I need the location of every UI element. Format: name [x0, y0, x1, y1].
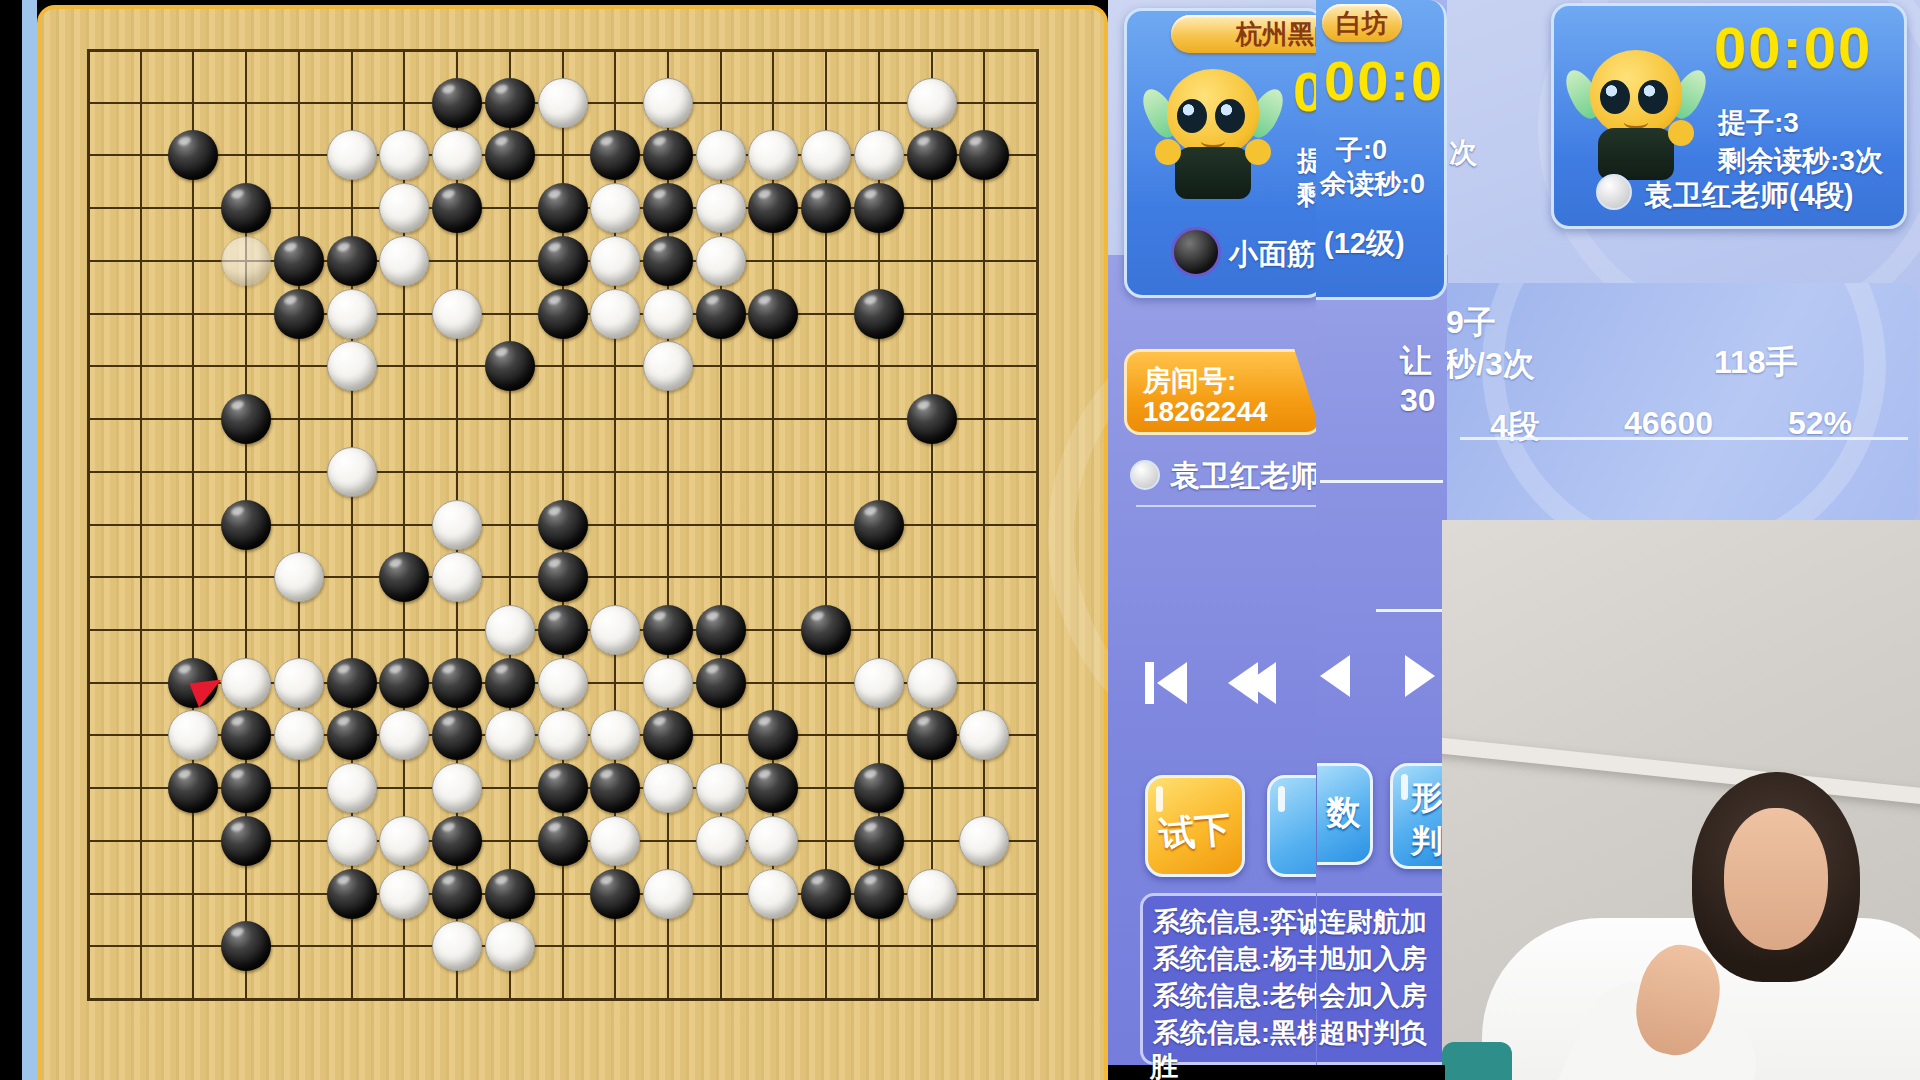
fragment-banner: 白坊 [1322, 4, 1402, 42]
stone-black [801, 869, 851, 919]
fragment-underline [1320, 480, 1443, 483]
rank-label: 4段 [1490, 405, 1540, 449]
fragment-stats-let: 让 [1400, 340, 1432, 384]
fragment-card: 白坊 00:0 子:0 余读秒:0 (12级) [1316, 0, 1447, 300]
stone-black [696, 289, 746, 339]
stone-black [590, 869, 640, 919]
person-face [1724, 808, 1828, 950]
judge-label-line2: 判 [1407, 820, 1447, 864]
stone-white [696, 763, 746, 813]
stone-black [485, 130, 535, 180]
stone-white [643, 78, 693, 128]
stone-black [432, 658, 482, 708]
stone-white [907, 869, 957, 919]
play-icon[interactable] [1405, 655, 1435, 701]
step-back-icon[interactable] [1320, 655, 1350, 701]
black-player-name: 小面筋(12级) [1229, 235, 1325, 275]
stone-black [538, 236, 588, 286]
stone-white [590, 816, 640, 866]
stone-black [907, 394, 957, 444]
stone-black [538, 552, 588, 602]
white-byoyomi: 剩余读秒:3次 [1718, 142, 1883, 180]
stone-white [432, 289, 482, 339]
chair [1442, 1042, 1512, 1080]
stone-black [538, 816, 588, 866]
stone-white [379, 236, 429, 286]
stone-black [327, 236, 377, 286]
stone-black [538, 500, 588, 550]
stone-black [432, 816, 482, 866]
stone-white [643, 341, 693, 391]
stone-white [327, 341, 377, 391]
stone-black [485, 869, 535, 919]
stone-black [696, 658, 746, 708]
stone-black [485, 78, 535, 128]
stone-black [643, 605, 693, 655]
white-stone-icon [1596, 174, 1632, 210]
fragment-timer: 00:0 [1324, 48, 1444, 113]
stone-white [854, 658, 904, 708]
game-stats-panel: 9子 秒/3次 118手 4段 46600 52% [1442, 283, 1918, 523]
stone-black [538, 605, 588, 655]
black-player-card: 杭州黑白坊 00:00 提子:0 剩余读秒:0次 小面筋(12级) [1124, 8, 1325, 298]
fragment-banner-text: 白坊 [1336, 8, 1388, 38]
try-move-button[interactable]: 试下 [1145, 775, 1245, 877]
stone-white [538, 78, 588, 128]
white-captures: 提子:3 [1718, 104, 1799, 142]
stone-white [590, 289, 640, 339]
fragment-byoyomi: 余读秒:0 [1320, 166, 1425, 202]
room-number: 18262244 [1143, 396, 1268, 428]
grid-line-h [87, 998, 1039, 1001]
stats-underline [1460, 437, 1908, 440]
grid-line-v [1036, 49, 1039, 1001]
fragment-moves-button[interactable]: 数 [1317, 763, 1373, 865]
stone-black [274, 289, 324, 339]
judge-label-line1: 形 [1407, 776, 1447, 820]
stone-black [432, 183, 482, 233]
stone-black [801, 605, 851, 655]
stone-black [696, 605, 746, 655]
stone-white [327, 130, 377, 180]
stone-white [327, 816, 377, 866]
button-shine [1278, 786, 1285, 812]
stone-black [643, 236, 693, 286]
stone-white [379, 816, 429, 866]
stone-black [643, 130, 693, 180]
fragment-captures: 子:0 [1336, 132, 1387, 168]
room-number-ribbon: 房间号: 18262244 [1124, 349, 1322, 435]
white-timer: 00:00 [1714, 14, 1872, 81]
stone-black [854, 289, 904, 339]
teacher-name: 袁卫红老师 [1170, 456, 1320, 497]
stone-white [432, 500, 482, 550]
stone-white [274, 552, 324, 602]
white-player-card: 00:00 提子:3 剩余读秒:3次 袁卫红老师(4段) [1551, 3, 1907, 229]
fragment-system-message: 旭加入房 [1319, 941, 1447, 978]
stone-black [221, 500, 271, 550]
stone-white-ghost [221, 236, 271, 286]
fragment-system-panel: 连尉航加 旭加入房 会加入房 超时判负 [1317, 893, 1447, 1065]
fragment-moves-label: 数 [1317, 790, 1370, 836]
stone-white [274, 658, 324, 708]
stone-black [221, 816, 271, 866]
webcam-video [1442, 520, 1920, 1080]
stone-white [854, 130, 904, 180]
stone-black [854, 869, 904, 919]
fragment-system-message: 会加入房 [1319, 978, 1447, 1015]
stone-white [590, 605, 640, 655]
stone-white [643, 658, 693, 708]
glitch-fragment-column: 白坊 00:0 子:0 余读秒:0 (12级) 让 30 数 形 判 连尉航加 [1316, 0, 1447, 1080]
stone-black [854, 816, 904, 866]
button-shine [1401, 774, 1408, 800]
white-player-name: 袁卫红老师(4段) [1644, 176, 1853, 216]
moves-count: 118手 [1714, 341, 1798, 385]
stone-white [327, 289, 377, 339]
stone-black [643, 710, 693, 760]
venue-banner-text: 杭州黑白坊 [1236, 19, 1325, 49]
stone-white [221, 658, 271, 708]
stone-white [432, 921, 482, 971]
stone-black [801, 183, 851, 233]
wall-edge [1442, 736, 1920, 810]
stone-white [432, 552, 482, 602]
mascot-icon [1149, 69, 1279, 209]
background-arc [1482, 283, 1886, 523]
situation-judge-button[interactable]: 形 判 [1390, 763, 1447, 869]
white-stone-bullet [1130, 460, 1160, 490]
stone-white [485, 710, 535, 760]
fast-rewind-icon[interactable] [1228, 662, 1276, 708]
byoyomi-label: 秒/3次 [1444, 343, 1535, 387]
stone-black [907, 710, 957, 760]
stone-black [854, 500, 904, 550]
stone-black [538, 763, 588, 813]
stone-white [696, 236, 746, 286]
stone-white [748, 816, 798, 866]
stone-white [643, 289, 693, 339]
stone-white [432, 763, 482, 813]
stone-white [643, 763, 693, 813]
handicap-label: 9子 [1446, 301, 1496, 345]
stone-white [485, 605, 535, 655]
stone-black [485, 658, 535, 708]
grid-line-v [931, 49, 933, 1001]
stone-white [907, 78, 957, 128]
stone-black [327, 710, 377, 760]
stone-black [221, 763, 271, 813]
stone-black [221, 394, 271, 444]
stone-white [696, 130, 746, 180]
fragment-underline [1376, 609, 1447, 612]
stone-black [907, 130, 957, 180]
stone-black [327, 658, 377, 708]
room-label: 房间号: [1143, 362, 1236, 400]
stone-black [748, 289, 798, 339]
try-move-label: 试下 [1146, 804, 1244, 861]
stone-black [379, 658, 429, 708]
stone-black [538, 183, 588, 233]
stone-white [379, 869, 429, 919]
fragment-system-message: 连尉航加 [1319, 904, 1447, 941]
stone-black [432, 78, 482, 128]
stone-white [643, 869, 693, 919]
stone-black [854, 183, 904, 233]
stone-white [696, 183, 746, 233]
stone-white [327, 447, 377, 497]
stone-white [590, 236, 640, 286]
stone-white [485, 921, 535, 971]
venue-banner: 杭州黑白坊 [1171, 15, 1325, 53]
black-stone-icon [1171, 227, 1221, 277]
fragment-stats-30: 30 [1400, 382, 1436, 419]
stone-black [854, 763, 904, 813]
stone-black [327, 869, 377, 919]
stone-white [538, 658, 588, 708]
stone-black [168, 658, 218, 708]
stone-white [274, 710, 324, 760]
stray-glitch-text: 次 [1449, 134, 1477, 172]
stone-black [538, 289, 588, 339]
button-shine [1156, 786, 1163, 812]
stone-black [432, 869, 482, 919]
mascot-icon [1572, 50, 1702, 190]
skip-to-start-icon[interactable] [1145, 662, 1187, 708]
stone-black [274, 236, 324, 286]
stone-white [959, 816, 1009, 866]
stone-white [748, 869, 798, 919]
fragment-rank: (12级) [1324, 224, 1405, 264]
stone-white [538, 710, 588, 760]
stone-white [696, 816, 746, 866]
system-partial-text: 胜 [1150, 1048, 1178, 1080]
stone-white [907, 658, 957, 708]
stone-white [327, 763, 377, 813]
app-stage: 9子 秒/3次 118手 4段 46600 52% 杭州黑白坊 00:00 提子… [0, 0, 1920, 1080]
stone-black [643, 183, 693, 233]
stone-black [485, 341, 535, 391]
fragment-system-message: 超时判负 [1319, 1015, 1447, 1052]
stone-black [590, 763, 640, 813]
